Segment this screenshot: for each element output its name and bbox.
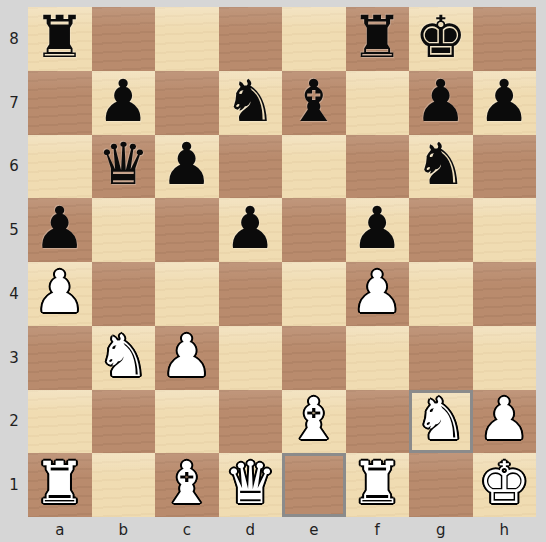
square-b1[interactable]: [92, 453, 156, 517]
square-a3[interactable]: [28, 326, 92, 390]
chess-board: ♜︎♜︎♚︎♟︎♞︎♝︎♟︎♟︎♛︎♟︎♞︎♟︎♟︎♟︎♟︎♟︎♞︎♟︎♝︎♞︎…: [28, 7, 536, 517]
rank-label-2: 2: [0, 390, 28, 454]
square-g1[interactable]: [409, 453, 473, 517]
rank-label-8: 8: [0, 7, 28, 71]
square-b4[interactable]: [92, 262, 156, 326]
piece-white-rook[interactable]: ♜︎: [351, 454, 403, 512]
file-labels: abcdefgh: [28, 517, 536, 542]
file-label-b: b: [92, 517, 156, 542]
square-c7[interactable]: [155, 71, 219, 135]
file-label-e: e: [282, 517, 346, 542]
square-e1[interactable]: [282, 453, 346, 517]
square-b3[interactable]: ♞︎: [92, 326, 156, 390]
square-c5[interactable]: [155, 198, 219, 262]
rank-label-5: 5: [0, 198, 28, 262]
square-a4[interactable]: ♟︎: [28, 262, 92, 326]
square-a2[interactable]: [28, 390, 92, 454]
file-label-a: a: [28, 517, 92, 542]
square-c2[interactable]: [155, 390, 219, 454]
file-label-c: c: [155, 517, 219, 542]
square-g2[interactable]: ♞︎: [409, 390, 473, 454]
piece-white-knight[interactable]: ♞︎: [97, 327, 149, 385]
piece-black-rook[interactable]: ♜︎: [34, 8, 86, 66]
piece-white-bishop[interactable]: ♝︎: [288, 390, 340, 448]
square-d2[interactable]: [219, 390, 283, 454]
square-d8[interactable]: [219, 7, 283, 71]
piece-white-rook[interactable]: ♜︎: [34, 454, 86, 512]
square-d3[interactable]: [219, 326, 283, 390]
square-e3[interactable]: [282, 326, 346, 390]
square-f8[interactable]: ♜︎: [346, 7, 410, 71]
square-a8[interactable]: ♜︎: [28, 7, 92, 71]
piece-black-pawn[interactable]: ♟︎: [161, 135, 213, 193]
chess-board-app: 87654321 ♜︎♜︎♚︎♟︎♞︎♝︎♟︎♟︎♛︎♟︎♞︎♟︎♟︎♟︎♟︎♟…: [0, 0, 546, 542]
piece-black-knight[interactable]: ♞︎: [415, 135, 467, 193]
square-b5[interactable]: [92, 198, 156, 262]
square-h3[interactable]: [473, 326, 537, 390]
square-e4[interactable]: [282, 262, 346, 326]
piece-black-pawn[interactable]: ♟︎: [224, 199, 276, 257]
piece-white-queen[interactable]: ♛︎: [224, 454, 276, 512]
piece-black-queen[interactable]: ♛︎: [97, 135, 149, 193]
piece-black-pawn[interactable]: ♟︎: [97, 72, 149, 130]
piece-white-pawn[interactable]: ♟︎: [34, 263, 86, 321]
square-c3[interactable]: ♟︎: [155, 326, 219, 390]
square-f1[interactable]: ♜︎: [346, 453, 410, 517]
square-h2[interactable]: ♟︎: [473, 390, 537, 454]
square-h7[interactable]: ♟︎: [473, 71, 537, 135]
rank-label-6: 6: [0, 135, 28, 199]
square-c1[interactable]: ♝︎: [155, 453, 219, 517]
square-c8[interactable]: [155, 7, 219, 71]
piece-white-pawn[interactable]: ♟︎: [478, 390, 530, 448]
piece-black-rook[interactable]: ♜︎: [351, 8, 403, 66]
square-g8[interactable]: ♚︎: [409, 7, 473, 71]
square-b8[interactable]: [92, 7, 156, 71]
square-e6[interactable]: [282, 135, 346, 199]
square-g5[interactable]: [409, 198, 473, 262]
square-h4[interactable]: [473, 262, 537, 326]
square-a1[interactable]: ♜︎: [28, 453, 92, 517]
piece-black-pawn[interactable]: ♟︎: [351, 199, 403, 257]
square-f6[interactable]: [346, 135, 410, 199]
square-c6[interactable]: ♟︎: [155, 135, 219, 199]
square-f3[interactable]: [346, 326, 410, 390]
square-d4[interactable]: [219, 262, 283, 326]
piece-white-king[interactable]: ♚︎: [478, 454, 530, 512]
piece-black-knight[interactable]: ♞︎: [224, 72, 276, 130]
square-e5[interactable]: [282, 198, 346, 262]
square-d7[interactable]: ♞︎: [219, 71, 283, 135]
square-h5[interactable]: [473, 198, 537, 262]
square-e7[interactable]: ♝︎: [282, 71, 346, 135]
square-d5[interactable]: ♟︎: [219, 198, 283, 262]
square-g7[interactable]: ♟︎: [409, 71, 473, 135]
square-a5[interactable]: ♟︎: [28, 198, 92, 262]
square-c4[interactable]: [155, 262, 219, 326]
square-g6[interactable]: ♞︎: [409, 135, 473, 199]
piece-white-pawn[interactable]: ♟︎: [351, 263, 403, 321]
square-d1[interactable]: ♛︎: [219, 453, 283, 517]
file-label-g: g: [409, 517, 473, 542]
rank-labels: 87654321: [0, 7, 28, 517]
piece-black-king[interactable]: ♚︎: [415, 8, 467, 66]
square-h1[interactable]: ♚︎: [473, 453, 537, 517]
square-g3[interactable]: [409, 326, 473, 390]
piece-black-pawn[interactable]: ♟︎: [415, 72, 467, 130]
square-a6[interactable]: [28, 135, 92, 199]
square-h6[interactable]: [473, 135, 537, 199]
piece-black-pawn[interactable]: ♟︎: [478, 72, 530, 130]
square-b2[interactable]: [92, 390, 156, 454]
square-e2[interactable]: ♝︎: [282, 390, 346, 454]
rank-label-1: 1: [0, 453, 28, 517]
piece-black-pawn[interactable]: ♟︎: [34, 199, 86, 257]
file-label-f: f: [346, 517, 410, 542]
square-b6[interactable]: ♛︎: [92, 135, 156, 199]
square-f2[interactable]: [346, 390, 410, 454]
piece-white-knight[interactable]: ♞︎: [415, 390, 467, 448]
rank-label-7: 7: [0, 71, 28, 135]
square-e8[interactable]: [282, 7, 346, 71]
piece-white-pawn[interactable]: ♟︎: [161, 327, 213, 385]
file-label-h: h: [473, 517, 537, 542]
rank-label-4: 4: [0, 262, 28, 326]
file-label-d: d: [219, 517, 283, 542]
square-f5[interactable]: ♟︎: [346, 198, 410, 262]
square-b7[interactable]: ♟︎: [92, 71, 156, 135]
rank-label-3: 3: [0, 326, 28, 390]
piece-black-bishop[interactable]: ♝︎: [288, 72, 340, 130]
square-f7[interactable]: [346, 71, 410, 135]
piece-white-bishop[interactable]: ♝︎: [161, 454, 213, 512]
square-d6[interactable]: [219, 135, 283, 199]
square-g4[interactable]: [409, 262, 473, 326]
square-a7[interactable]: [28, 71, 92, 135]
square-f4[interactable]: ♟︎: [346, 262, 410, 326]
square-h8[interactable]: [473, 7, 537, 71]
